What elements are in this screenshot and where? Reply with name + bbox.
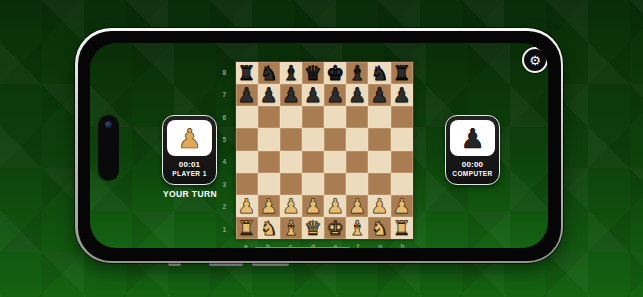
square-d7[interactable]: ♟ bbox=[302, 84, 324, 106]
square-b4[interactable] bbox=[258, 151, 280, 173]
file-label-g: g bbox=[369, 243, 391, 248]
file-label-e: e bbox=[324, 243, 346, 248]
player-avatar-tile: ♟ bbox=[167, 120, 212, 156]
square-e1[interactable]: ♚ bbox=[324, 217, 346, 239]
table-background: ⚙ ♟ 00:01 PLAYER 1 YOUR TURN ♟ 00:00 bbox=[0, 0, 643, 297]
computer-avatar-tile: ♟ bbox=[450, 120, 495, 156]
square-c1[interactable]: ♝ bbox=[280, 217, 302, 239]
piece-white-rook[interactable]: ♜ bbox=[393, 218, 411, 238]
player-card-right: ♟ 00:00 COMPUTER bbox=[445, 115, 500, 185]
square-h5[interactable] bbox=[391, 128, 413, 150]
square-f4[interactable] bbox=[346, 151, 368, 173]
square-f6[interactable] bbox=[346, 106, 368, 128]
square-c8[interactable]: ♝ bbox=[280, 62, 302, 84]
square-e8[interactable]: ♚ bbox=[324, 62, 346, 84]
square-h1[interactable]: ♜ bbox=[391, 217, 413, 239]
rank-label-4: 4 bbox=[216, 151, 230, 173]
piece-white-pawn[interactable]: ♟ bbox=[304, 195, 322, 215]
square-g2[interactable]: ♟ bbox=[368, 195, 390, 217]
square-f2[interactable]: ♟ bbox=[346, 195, 368, 217]
square-g1[interactable]: ♞ bbox=[368, 217, 390, 239]
piece-black-knight[interactable]: ♞ bbox=[260, 63, 278, 83]
square-b3[interactable] bbox=[258, 173, 280, 195]
piece-black-rook[interactable]: ♜ bbox=[238, 63, 256, 83]
square-b2[interactable]: ♟ bbox=[258, 195, 280, 217]
rank-label-1: 1 bbox=[216, 218, 230, 240]
square-f5[interactable] bbox=[346, 128, 368, 150]
square-e5[interactable] bbox=[324, 128, 346, 150]
square-d5[interactable] bbox=[302, 128, 324, 150]
piece-black-king[interactable]: ♚ bbox=[326, 63, 344, 83]
square-h4[interactable] bbox=[391, 151, 413, 173]
square-a8[interactable]: ♜ bbox=[236, 62, 258, 84]
square-h3[interactable] bbox=[391, 173, 413, 195]
square-g8[interactable]: ♞ bbox=[368, 62, 390, 84]
square-c2[interactable]: ♟ bbox=[280, 195, 302, 217]
square-g4[interactable] bbox=[368, 151, 390, 173]
square-b8[interactable]: ♞ bbox=[258, 62, 280, 84]
player-card-left: ♟ 00:01 PLAYER 1 bbox=[162, 115, 217, 185]
square-b5[interactable] bbox=[258, 128, 280, 150]
piece-white-queen[interactable]: ♛ bbox=[304, 218, 322, 238]
square-c6[interactable] bbox=[280, 106, 302, 128]
computer-clock: 00:00 bbox=[462, 160, 483, 169]
black-pawn-icon: ♟ bbox=[460, 125, 484, 152]
square-b7[interactable]: ♟ bbox=[258, 84, 280, 106]
square-d3[interactable] bbox=[302, 173, 324, 195]
piece-black-bishop[interactable]: ♝ bbox=[348, 63, 366, 83]
gear-icon: ⚙ bbox=[529, 54, 541, 67]
square-d6[interactable] bbox=[302, 106, 324, 128]
piece-white-knight[interactable]: ♞ bbox=[370, 218, 388, 238]
rank-label-5: 5 bbox=[216, 128, 230, 150]
square-a7[interactable]: ♟ bbox=[236, 84, 258, 106]
file-labels: abcdefgh bbox=[235, 243, 414, 248]
piece-black-pawn[interactable]: ♟ bbox=[326, 85, 344, 105]
square-a5[interactable] bbox=[236, 128, 258, 150]
piece-black-queen[interactable]: ♛ bbox=[304, 63, 322, 83]
square-a2[interactable]: ♟ bbox=[236, 195, 258, 217]
piece-black-pawn[interactable]: ♟ bbox=[282, 85, 300, 105]
piece-white-pawn[interactable]: ♟ bbox=[393, 195, 411, 215]
piece-black-rook[interactable]: ♜ bbox=[393, 63, 411, 83]
square-d8[interactable]: ♛ bbox=[302, 62, 324, 84]
square-a4[interactable] bbox=[236, 151, 258, 173]
settings-button[interactable]: ⚙ bbox=[522, 47, 548, 73]
app-screen: ⚙ ♟ 00:01 PLAYER 1 YOUR TURN ♟ 00:00 bbox=[90, 43, 548, 248]
square-f8[interactable]: ♝ bbox=[346, 62, 368, 84]
file-label-b: b bbox=[257, 243, 279, 248]
piece-white-bishop[interactable]: ♝ bbox=[348, 218, 366, 238]
piece-white-pawn[interactable]: ♟ bbox=[326, 195, 344, 215]
square-h7[interactable]: ♟ bbox=[391, 84, 413, 106]
piece-black-pawn[interactable]: ♟ bbox=[260, 85, 278, 105]
square-e2[interactable]: ♟ bbox=[324, 195, 346, 217]
file-label-h: h bbox=[391, 243, 413, 248]
square-d2[interactable]: ♟ bbox=[302, 195, 324, 217]
piece-white-pawn[interactable]: ♟ bbox=[370, 195, 388, 215]
piece-black-pawn[interactable]: ♟ bbox=[348, 85, 366, 105]
square-e7[interactable]: ♟ bbox=[324, 84, 346, 106]
piece-black-knight[interactable]: ♞ bbox=[370, 63, 388, 83]
rank-label-6: 6 bbox=[216, 106, 230, 128]
player-name: PLAYER 1 bbox=[172, 170, 206, 177]
piece-black-pawn[interactable]: ♟ bbox=[370, 85, 388, 105]
rank-label-3: 3 bbox=[216, 173, 230, 195]
chess-board: ♜♞♝♛♚♝♞♜♟♟♟♟♟♟♟♟♟♟♟♟♟♟♟♟♜♞♝♛♚♝♞♜ bbox=[235, 61, 414, 240]
piece-white-rook[interactable]: ♜ bbox=[238, 218, 256, 238]
square-h2[interactable]: ♟ bbox=[391, 195, 413, 217]
piece-black-bishop[interactable]: ♝ bbox=[282, 63, 300, 83]
square-g3[interactable] bbox=[368, 173, 390, 195]
piece-white-knight[interactable]: ♞ bbox=[260, 218, 278, 238]
file-label-a: a bbox=[235, 243, 257, 248]
board-grid: ♜♞♝♛♚♝♞♜♟♟♟♟♟♟♟♟♟♟♟♟♟♟♟♟♜♞♝♛♚♝♞♜ bbox=[236, 62, 413, 239]
file-label-d: d bbox=[302, 243, 324, 248]
square-f3[interactable] bbox=[346, 173, 368, 195]
piece-white-king[interactable]: ♚ bbox=[326, 218, 344, 238]
square-c5[interactable] bbox=[280, 128, 302, 150]
square-e3[interactable] bbox=[324, 173, 346, 195]
square-c4[interactable] bbox=[280, 151, 302, 173]
piece-black-pawn[interactable]: ♟ bbox=[238, 85, 256, 105]
square-f7[interactable]: ♟ bbox=[346, 84, 368, 106]
rank-labels: 87654321 bbox=[216, 61, 230, 240]
square-g5[interactable] bbox=[368, 128, 390, 150]
square-g6[interactable] bbox=[368, 106, 390, 128]
square-f1[interactable]: ♝ bbox=[346, 217, 368, 239]
computer-name: COMPUTER bbox=[452, 170, 492, 177]
square-a1[interactable]: ♜ bbox=[236, 217, 258, 239]
dynamic-island bbox=[98, 115, 119, 181]
square-h8[interactable]: ♜ bbox=[391, 62, 413, 84]
square-d1[interactable]: ♛ bbox=[302, 217, 324, 239]
front-camera bbox=[105, 121, 112, 128]
square-c3[interactable] bbox=[280, 173, 302, 195]
square-a3[interactable] bbox=[236, 173, 258, 195]
square-e6[interactable] bbox=[324, 106, 346, 128]
file-label-f: f bbox=[347, 243, 369, 248]
rank-label-2: 2 bbox=[216, 195, 230, 217]
white-pawn-icon: ♟ bbox=[177, 125, 201, 152]
square-a6[interactable] bbox=[236, 106, 258, 128]
piece-white-pawn[interactable]: ♟ bbox=[260, 195, 278, 215]
piece-white-pawn[interactable]: ♟ bbox=[282, 195, 300, 215]
square-b1[interactable]: ♞ bbox=[258, 217, 280, 239]
square-d4[interactable] bbox=[302, 151, 324, 173]
player-clock: 00:01 bbox=[179, 160, 200, 169]
square-h6[interactable] bbox=[391, 106, 413, 128]
file-label-c: c bbox=[279, 243, 301, 248]
square-c7[interactable]: ♟ bbox=[280, 84, 302, 106]
piece-white-pawn[interactable]: ♟ bbox=[238, 195, 256, 215]
piece-white-bishop[interactable]: ♝ bbox=[282, 218, 300, 238]
rank-label-8: 8 bbox=[216, 61, 230, 83]
piece-black-pawn[interactable]: ♟ bbox=[393, 85, 411, 105]
square-g7[interactable]: ♟ bbox=[368, 84, 390, 106]
phone-frame: ⚙ ♟ 00:01 PLAYER 1 YOUR TURN ♟ 00:00 bbox=[75, 28, 563, 263]
phone-bezel: ⚙ ♟ 00:01 PLAYER 1 YOUR TURN ♟ 00:00 bbox=[78, 31, 561, 261]
square-b6[interactable] bbox=[258, 106, 280, 128]
rank-label-7: 7 bbox=[216, 83, 230, 105]
piece-white-pawn[interactable]: ♟ bbox=[348, 195, 366, 215]
piece-black-pawn[interactable]: ♟ bbox=[304, 85, 322, 105]
square-e4[interactable] bbox=[324, 151, 346, 173]
